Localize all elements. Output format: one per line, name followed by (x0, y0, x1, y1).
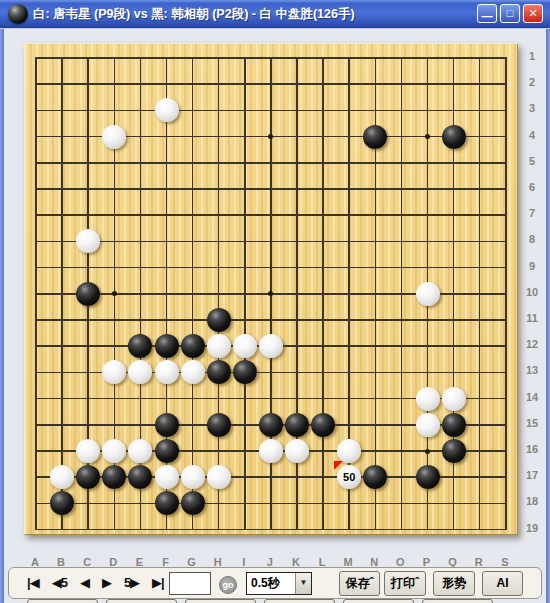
stone-black-G12 (181, 334, 205, 358)
estimate-button[interactable]: 形势 (433, 571, 475, 596)
stone-black-B18 (50, 491, 74, 515)
minimize-button[interactable]: — (477, 4, 497, 23)
nav-forward5-button[interactable]: 5▶ (124, 575, 139, 590)
stone-white-P15 (416, 413, 440, 437)
bottom-row-button-4[interactable] (264, 599, 335, 603)
close-button[interactable]: ✕ (523, 4, 543, 23)
star-point (268, 134, 273, 139)
stone-white-E16 (128, 439, 152, 463)
stone-black-L15 (311, 413, 335, 437)
bottom-row-button-1[interactable] (27, 599, 98, 603)
row-label-2: 2 (520, 76, 544, 88)
window-border-left (0, 29, 4, 603)
titlebar[interactable]: 白: 唐韦星 (P9段) vs 黑: 韩相朝 (P2段) - 白 中盘胜(126… (0, 0, 550, 28)
row-label-15: 15 (520, 417, 544, 429)
nav-back5-button[interactable]: ◀5 (52, 575, 67, 590)
row-label-7: 7 (520, 207, 544, 219)
stone-black-E12 (128, 334, 152, 358)
row-label-14: 14 (520, 391, 544, 403)
stone-black-Q15 (442, 413, 466, 437)
move-number-input[interactable] (169, 572, 211, 595)
stone-black-P17 (416, 465, 440, 489)
row-label-6: 6 (520, 181, 544, 193)
grid-line (505, 57, 507, 530)
stone-black-H11 (207, 308, 231, 332)
stone-black-C17 (76, 465, 100, 489)
row-label-12: 12 (520, 338, 544, 350)
row-label-17: 17 (520, 469, 544, 481)
stone-white-J16 (259, 439, 283, 463)
stone-white-D4 (102, 125, 126, 149)
star-point (268, 291, 273, 296)
grid-line (35, 319, 506, 321)
row-label-18: 18 (520, 495, 544, 507)
nav-first-button[interactable]: |◀ (27, 575, 39, 590)
stone-black-I13 (233, 360, 257, 384)
grid-line (479, 57, 481, 530)
stone-black-F18 (155, 491, 179, 515)
stone-black-C10 (76, 282, 100, 306)
row-label-11: 11 (520, 312, 544, 324)
row-label-10: 10 (520, 286, 544, 298)
nav-last-button[interactable]: ▶| (152, 575, 164, 590)
row-label-16: 16 (520, 443, 544, 455)
nav-controls: |◀ ◀5 ◀ ▶ 5▶ ▶| (27, 575, 164, 590)
save-button[interactable]: 保存ˆ (339, 571, 380, 596)
row-label-9: 9 (520, 260, 544, 272)
grid-line (35, 503, 506, 505)
row-label-13: 13 (520, 364, 544, 376)
star-point (112, 291, 117, 296)
grid-line (322, 57, 324, 530)
stone-white-C16 (76, 439, 100, 463)
bottom-row-button-6[interactable] (422, 599, 493, 603)
go-stone-app-icon (8, 4, 28, 24)
stone-white-B17 (50, 465, 74, 489)
star-point (425, 134, 430, 139)
stone-white-G17 (181, 465, 205, 489)
stone-black-G18 (181, 491, 205, 515)
delay-select[interactable]: 0.5秒 ▼ (246, 572, 312, 595)
grid-line (401, 57, 403, 530)
stone-white-D13 (102, 360, 126, 384)
stone-white-F17 (155, 465, 179, 489)
stone-white-E13 (128, 360, 152, 384)
stone-black-F16 (155, 439, 179, 463)
stone-white-I12 (233, 334, 257, 358)
stone-black-D17 (102, 465, 126, 489)
stone-white-H12 (207, 334, 231, 358)
stone-black-K15 (285, 413, 309, 437)
stone-white-D16 (102, 439, 126, 463)
stone-white-M16 (337, 439, 361, 463)
window-controls: — □ ✕ (477, 4, 543, 23)
stone-black-Q16 (442, 439, 466, 463)
go-board[interactable]: 50 (24, 43, 518, 535)
stone-white-F13 (155, 360, 179, 384)
toolbar-panel: |◀ ◀5 ◀ ▶ 5▶ ▶| go 0.5秒 ▼ 保存ˆ 打印ˆ 形势 AI (8, 567, 542, 599)
stone-white-M17: 50 (337, 465, 361, 489)
move-number-label: 50 (337, 465, 361, 489)
stone-black-N17 (363, 465, 387, 489)
row-label-3: 3 (520, 102, 544, 114)
stone-black-J15 (259, 413, 283, 437)
nav-forward-button[interactable]: ▶ (102, 575, 111, 590)
row-label-8: 8 (520, 233, 544, 245)
grid-line (35, 529, 506, 531)
bottom-row-button-3[interactable] (185, 599, 256, 603)
chevron-down-icon[interactable]: ▼ (295, 573, 311, 594)
stone-white-C8 (76, 229, 100, 253)
stone-white-P14 (416, 387, 440, 411)
window-title: 白: 唐韦星 (P9段) vs 黑: 韩相朝 (P2段) - 白 中盘胜(126… (33, 6, 355, 23)
stone-white-H17 (207, 465, 231, 489)
stone-black-Q4 (442, 125, 466, 149)
stone-white-Q14 (442, 387, 466, 411)
window-border-right (546, 29, 550, 603)
row-label-5: 5 (520, 155, 544, 167)
stone-black-F15 (155, 413, 179, 437)
stone-white-F3 (155, 98, 179, 122)
stone-white-P10 (416, 282, 440, 306)
ai-button[interactable]: AI (482, 571, 523, 596)
content-area: 50 ABCDEFGHIJKLMNOPQRS 12345678910111213… (0, 28, 550, 603)
stone-white-J12 (259, 334, 283, 358)
print-button[interactable]: 打印ˆ (384, 571, 426, 596)
star-point (425, 449, 430, 454)
maximize-button[interactable]: □ (500, 4, 520, 23)
delay-select-value: 0.5秒 (247, 575, 295, 592)
stone-black-E17 (128, 465, 152, 489)
row-label-4: 4 (520, 129, 544, 141)
bottom-row-button-5[interactable] (343, 599, 414, 603)
stone-white-G13 (181, 360, 205, 384)
stone-black-N4 (363, 125, 387, 149)
row-label-1: 1 (520, 50, 544, 62)
nav-back-button[interactable]: ◀ (80, 575, 89, 590)
stone-black-H13 (207, 360, 231, 384)
go-button[interactable]: go (219, 576, 237, 594)
row-label-19: 19 (520, 522, 544, 534)
bottom-row-button-2[interactable] (106, 599, 177, 603)
stone-black-H15 (207, 413, 231, 437)
stone-white-K16 (285, 439, 309, 463)
stone-black-F12 (155, 334, 179, 358)
app-window: 白: 唐韦星 (P9段) vs 黑: 韩相朝 (P2段) - 白 中盘胜(126… (0, 0, 550, 603)
